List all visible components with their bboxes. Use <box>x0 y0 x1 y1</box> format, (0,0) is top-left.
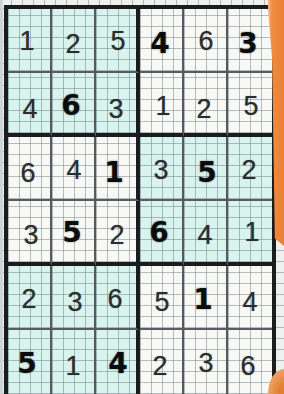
given-digit: 3 <box>238 30 257 58</box>
cell-r3c2[interactable]: 4 <box>52 137 96 201</box>
cell-r2c4[interactable]: 1 <box>140 73 184 137</box>
digit: 3 <box>23 222 38 249</box>
sudoku-page: 125463463125641352352641236514514236 <box>0 0 284 394</box>
digit: 2 <box>65 31 80 58</box>
cell-r2c2[interactable]: 6 <box>52 73 96 137</box>
digit: 2 <box>21 286 36 313</box>
cell-r3c1[interactable]: 6 <box>8 137 52 201</box>
cell-r1c4[interactable]: 4 <box>140 9 184 73</box>
digit: 2 <box>241 157 256 184</box>
cell-r1c1[interactable]: 1 <box>8 9 52 73</box>
given-digit: 4 <box>108 350 127 378</box>
cell-r3c6[interactable]: 2 <box>228 137 272 201</box>
cell-r2c3[interactable]: 3 <box>96 73 140 137</box>
given-digit: 1 <box>104 159 123 187</box>
digit: 2 <box>196 96 211 123</box>
cell-r4c6[interactable]: 1 <box>228 201 272 265</box>
digit: 5 <box>110 28 125 55</box>
cell-r1c5[interactable]: 6 <box>184 9 228 73</box>
digit: 2 <box>152 353 167 380</box>
given-digit: 4 <box>150 30 169 58</box>
cell-r4c1[interactable]: 3 <box>8 201 52 265</box>
digit: 1 <box>65 353 80 380</box>
given-digit: 5 <box>17 350 36 378</box>
digit: 2 <box>109 222 124 249</box>
cell-r2c1[interactable]: 4 <box>8 73 52 137</box>
cell-r5c2[interactable]: 3 <box>52 266 96 330</box>
cell-r6c5[interactable]: 3 <box>184 330 228 394</box>
cell-r4c4[interactable]: 6 <box>140 201 184 265</box>
digit: 6 <box>20 160 35 187</box>
given-digit: 6 <box>61 92 80 120</box>
digit: 6 <box>240 353 255 380</box>
digit: 4 <box>197 222 212 249</box>
digit: 3 <box>67 289 82 316</box>
cell-r3c4[interactable]: 3 <box>140 137 184 201</box>
cell-r6c6[interactable]: 6 <box>228 330 272 394</box>
cell-r6c1[interactable]: 5 <box>8 330 52 394</box>
digit: 4 <box>66 157 81 184</box>
digit: 3 <box>108 96 123 123</box>
cell-r6c3[interactable]: 4 <box>96 330 140 394</box>
cell-r4c2[interactable]: 5 <box>52 201 96 265</box>
digit: 6 <box>198 28 213 55</box>
digit: 4 <box>242 289 257 316</box>
cell-r2c6[interactable]: 5 <box>228 73 272 137</box>
left-edge-shadow <box>0 0 3 394</box>
cell-r6c2[interactable]: 1 <box>52 330 96 394</box>
cell-r5c1[interactable]: 2 <box>8 266 52 330</box>
given-digit: 5 <box>197 159 216 187</box>
cell-r6c4[interactable]: 2 <box>140 330 184 394</box>
digit: 6 <box>107 286 122 313</box>
cell-r3c3[interactable]: 1 <box>96 137 140 201</box>
digit: 1 <box>19 28 34 55</box>
cell-r5c5[interactable]: 1 <box>184 266 228 330</box>
digit: 4 <box>22 96 37 123</box>
digit: 1 <box>155 93 170 120</box>
digit: 1 <box>244 219 259 246</box>
cell-r4c5[interactable]: 4 <box>184 201 228 265</box>
cell-r3c5[interactable]: 5 <box>184 137 228 201</box>
cell-r1c3[interactable]: 5 <box>96 9 140 73</box>
given-digit: 5 <box>62 219 81 247</box>
given-digit: 6 <box>149 219 168 247</box>
cell-r4c3[interactable]: 2 <box>96 201 140 265</box>
cell-r5c4[interactable]: 5 <box>140 266 184 330</box>
sudoku-board: 125463463125641352352641236514514236 <box>4 5 276 394</box>
cell-r2c5[interactable]: 2 <box>184 73 228 137</box>
cell-r5c3[interactable]: 6 <box>96 266 140 330</box>
digit: 5 <box>243 93 258 120</box>
given-digit: 1 <box>193 286 212 314</box>
cell-r1c6[interactable]: 3 <box>228 9 272 73</box>
cell-r5c6[interactable]: 4 <box>228 266 272 330</box>
digit: 3 <box>153 157 168 184</box>
digit: 5 <box>154 289 169 316</box>
cell-r1c2[interactable]: 2 <box>52 9 96 73</box>
digit: 3 <box>198 350 213 377</box>
